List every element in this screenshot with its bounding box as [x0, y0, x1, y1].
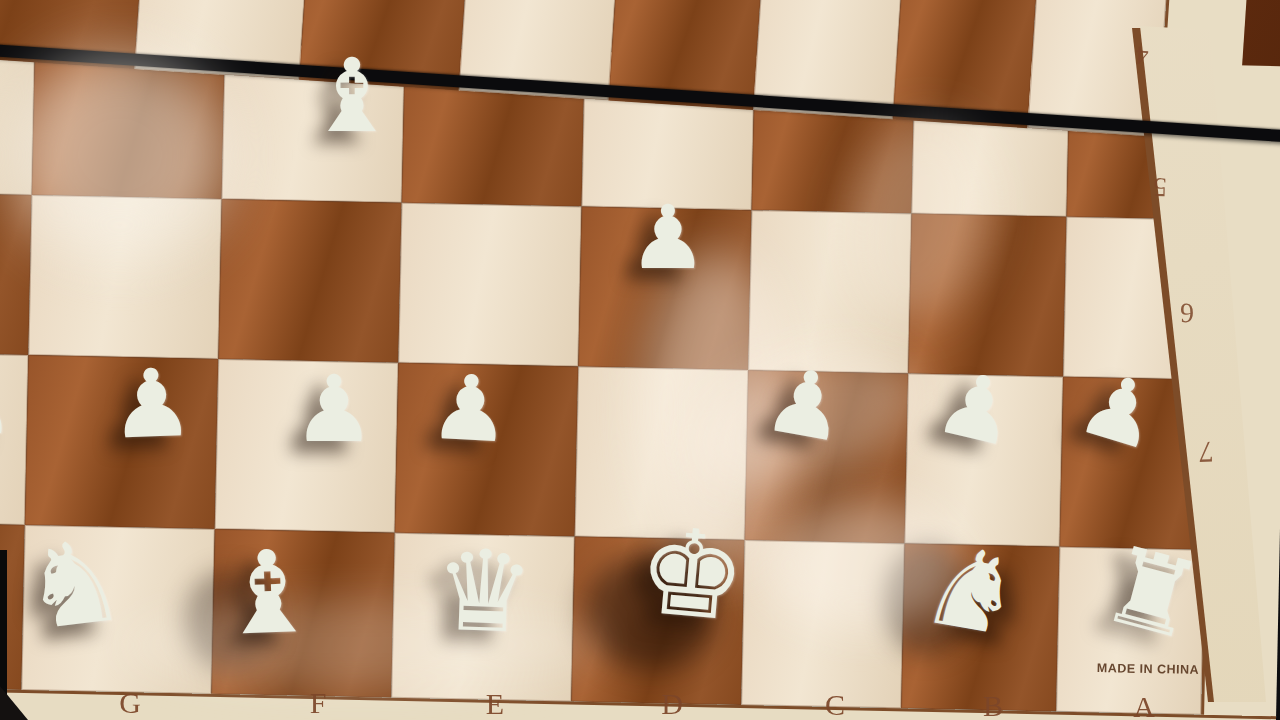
white-king-d8: ♚ — [633, 510, 751, 639]
photo-frame: ♝ ♟ ♟ ♟ ♟ ♟ ♟ ♟ ♟ ♜ ♞ ♝ ♛ ♚ ♞ ♜ G F E D … — [0, 0, 1280, 720]
white-pawn-f7: ♟ — [293, 364, 375, 456]
file-label-e: E — [486, 687, 504, 720]
file-label-g: G — [119, 686, 141, 720]
file-label-b: B — [983, 689, 1003, 720]
rank-label-6: 6 — [1180, 297, 1195, 329]
white-queen-e8: ♛ — [432, 534, 536, 649]
file-label-c: C — [825, 688, 845, 720]
white-pawn-c7: ♟ — [758, 353, 853, 456]
white-pawn-e7: ♟ — [427, 362, 512, 456]
square-e6 — [398, 203, 581, 367]
white-pawn-g7: ♟ — [108, 356, 196, 453]
square-f6 — [218, 199, 401, 363]
rank-label-4: 4 — [1134, 40, 1149, 71]
white-knight-b8: ♞ — [914, 528, 1030, 653]
square-c6 — [748, 210, 911, 373]
made-in-china-label: MADE IN CHINA — [1097, 661, 1200, 677]
file-label-a: A — [1133, 690, 1155, 720]
white-pawn-h7: ♟ — [0, 356, 15, 448]
file-label-d: D — [661, 687, 683, 720]
rank-label-5: 5 — [1153, 171, 1167, 202]
file-label-f: F — [310, 686, 327, 720]
square-c8 — [741, 540, 904, 708]
square-g6 — [28, 195, 221, 359]
white-bishop-f8: ♝ — [215, 534, 321, 651]
white-knight-g8: ♞ — [16, 522, 131, 648]
white-bishop-f5: ♝ — [306, 45, 397, 147]
square-b6 — [908, 213, 1066, 376]
square-h6 — [0, 191, 32, 355]
white-pawn-d6: ♟ — [629, 194, 708, 282]
rank-label-7: 7 — [1198, 435, 1214, 470]
